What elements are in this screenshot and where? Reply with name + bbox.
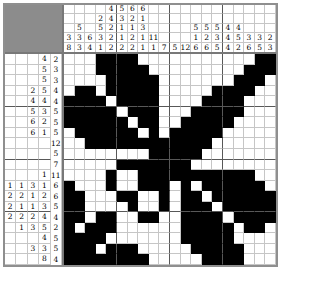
empty-cell[interactable]	[244, 233, 255, 244]
filled-cell[interactable]	[159, 202, 170, 213]
filled-cell[interactable]	[96, 96, 107, 107]
filled-cell[interactable]	[265, 212, 276, 223]
empty-cell[interactable]	[223, 212, 234, 223]
filled-cell[interactable]	[106, 212, 117, 223]
empty-cell[interactable]	[170, 117, 181, 128]
filled-cell[interactable]	[75, 244, 86, 255]
empty-cell[interactable]	[181, 65, 192, 76]
empty-cell[interactable]	[191, 181, 202, 192]
filled-cell[interactable]	[149, 181, 160, 192]
filled-cell[interactable]	[106, 254, 117, 265]
filled-cell[interactable]	[234, 191, 245, 202]
empty-cell[interactable]	[223, 160, 234, 171]
filled-cell[interactable]	[191, 233, 202, 244]
filled-cell[interactable]	[138, 212, 149, 223]
filled-cell[interactable]	[244, 191, 255, 202]
empty-cell[interactable]	[223, 149, 234, 160]
empty-cell[interactable]	[170, 212, 181, 223]
filled-cell[interactable]	[181, 138, 192, 149]
empty-cell[interactable]	[85, 54, 96, 65]
filled-cell[interactable]	[191, 170, 202, 181]
empty-cell[interactable]	[117, 233, 128, 244]
filled-cell[interactable]	[234, 202, 245, 213]
empty-cell[interactable]	[170, 223, 181, 234]
empty-cell[interactable]	[191, 96, 202, 107]
filled-cell[interactable]	[138, 181, 149, 192]
filled-cell[interactable]	[234, 96, 245, 107]
filled-cell[interactable]	[223, 96, 234, 107]
filled-cell[interactable]	[117, 75, 128, 86]
empty-cell[interactable]	[265, 181, 276, 192]
filled-cell[interactable]	[191, 107, 202, 118]
empty-cell[interactable]	[255, 86, 266, 97]
empty-cell[interactable]	[244, 244, 255, 255]
filled-cell[interactable]	[255, 202, 266, 213]
filled-cell[interactable]	[85, 254, 96, 265]
empty-cell[interactable]	[75, 149, 86, 160]
filled-cell[interactable]	[128, 160, 139, 171]
empty-cell[interactable]	[85, 75, 96, 86]
empty-cell[interactable]	[106, 202, 117, 213]
filled-cell[interactable]	[244, 75, 255, 86]
empty-cell[interactable]	[234, 65, 245, 76]
empty-cell[interactable]	[170, 191, 181, 202]
empty-cell[interactable]	[159, 75, 170, 86]
filled-cell[interactable]	[64, 117, 75, 128]
empty-cell[interactable]	[85, 191, 96, 202]
filled-cell[interactable]	[181, 117, 192, 128]
empty-cell[interactable]	[96, 170, 107, 181]
empty-cell[interactable]	[255, 149, 266, 160]
filled-cell[interactable]	[191, 117, 202, 128]
filled-cell[interactable]	[138, 138, 149, 149]
empty-cell[interactable]	[117, 170, 128, 181]
filled-cell[interactable]	[223, 107, 234, 118]
filled-cell[interactable]	[191, 202, 202, 213]
filled-cell[interactable]	[138, 117, 149, 128]
empty-cell[interactable]	[117, 223, 128, 234]
filled-cell[interactable]	[128, 244, 139, 255]
filled-cell[interactable]	[149, 86, 160, 97]
empty-cell[interactable]	[149, 254, 160, 265]
filled-cell[interactable]	[255, 75, 266, 86]
empty-cell[interactable]	[117, 107, 128, 118]
filled-cell[interactable]	[138, 86, 149, 97]
filled-cell[interactable]	[117, 54, 128, 65]
empty-cell[interactable]	[138, 149, 149, 160]
filled-cell[interactable]	[149, 138, 160, 149]
filled-cell[interactable]	[170, 170, 181, 181]
filled-cell[interactable]	[149, 170, 160, 181]
empty-cell[interactable]	[265, 149, 276, 160]
filled-cell[interactable]	[96, 233, 107, 244]
empty-cell[interactable]	[128, 149, 139, 160]
empty-cell[interactable]	[202, 65, 213, 76]
empty-cell[interactable]	[244, 254, 255, 265]
empty-cell[interactable]	[159, 254, 170, 265]
empty-cell[interactable]	[85, 149, 96, 160]
empty-cell[interactable]	[96, 244, 107, 255]
filled-cell[interactable]	[85, 117, 96, 128]
filled-cell[interactable]	[244, 202, 255, 213]
empty-cell[interactable]	[64, 149, 75, 160]
empty-cell[interactable]	[85, 170, 96, 181]
filled-cell[interactable]	[106, 107, 117, 118]
filled-cell[interactable]	[128, 54, 139, 65]
filled-cell[interactable]	[128, 75, 139, 86]
empty-cell[interactable]	[170, 181, 181, 192]
filled-cell[interactable]	[128, 138, 139, 149]
empty-cell[interactable]	[234, 160, 245, 171]
filled-cell[interactable]	[234, 75, 245, 86]
empty-cell[interactable]	[191, 254, 202, 265]
filled-cell[interactable]	[75, 86, 86, 97]
empty-cell[interactable]	[149, 233, 160, 244]
empty-cell[interactable]	[244, 128, 255, 139]
filled-cell[interactable]	[191, 128, 202, 139]
filled-cell[interactable]	[85, 128, 96, 139]
empty-cell[interactable]	[128, 223, 139, 234]
filled-cell[interactable]	[234, 181, 245, 192]
empty-cell[interactable]	[106, 96, 117, 107]
empty-cell[interactable]	[170, 65, 181, 76]
filled-cell[interactable]	[64, 212, 75, 223]
empty-cell[interactable]	[106, 191, 117, 202]
empty-cell[interactable]	[265, 170, 276, 181]
filled-cell[interactable]	[96, 54, 107, 65]
filled-cell[interactable]	[223, 223, 234, 234]
filled-cell[interactable]	[128, 96, 139, 107]
filled-cell[interactable]	[212, 233, 223, 244]
empty-cell[interactable]	[234, 54, 245, 65]
filled-cell[interactable]	[202, 107, 213, 118]
empty-cell[interactable]	[138, 202, 149, 213]
empty-cell[interactable]	[149, 191, 160, 202]
empty-cell[interactable]	[117, 202, 128, 213]
filled-cell[interactable]	[75, 212, 86, 223]
empty-cell[interactable]	[159, 117, 170, 128]
filled-cell[interactable]	[234, 244, 245, 255]
filled-cell[interactable]	[191, 149, 202, 160]
empty-cell[interactable]	[75, 223, 86, 234]
filled-cell[interactable]	[96, 117, 107, 128]
empty-cell[interactable]	[75, 75, 86, 86]
filled-cell[interactable]	[244, 223, 255, 234]
empty-cell[interactable]	[85, 181, 96, 192]
filled-cell[interactable]	[75, 191, 86, 202]
empty-cell[interactable]	[212, 202, 223, 213]
filled-cell[interactable]	[138, 75, 149, 86]
empty-cell[interactable]	[202, 149, 213, 160]
empty-cell[interactable]	[64, 86, 75, 97]
filled-cell[interactable]	[128, 86, 139, 97]
empty-cell[interactable]	[64, 54, 75, 65]
filled-cell[interactable]	[85, 223, 96, 234]
empty-cell[interactable]	[255, 96, 266, 107]
filled-cell[interactable]	[212, 117, 223, 128]
filled-cell[interactable]	[234, 107, 245, 118]
filled-cell[interactable]	[149, 149, 160, 160]
empty-cell[interactable]	[128, 212, 139, 223]
filled-cell[interactable]	[75, 233, 86, 244]
empty-cell[interactable]	[138, 233, 149, 244]
empty-cell[interactable]	[244, 160, 255, 171]
empty-cell[interactable]	[85, 65, 96, 76]
empty-cell[interactable]	[149, 223, 160, 234]
empty-cell[interactable]	[255, 244, 266, 255]
empty-cell[interactable]	[138, 54, 149, 65]
empty-cell[interactable]	[85, 160, 96, 171]
filled-cell[interactable]	[138, 160, 149, 171]
filled-cell[interactable]	[223, 244, 234, 255]
empty-cell[interactable]	[244, 96, 255, 107]
filled-cell[interactable]	[212, 223, 223, 234]
empty-cell[interactable]	[223, 138, 234, 149]
empty-cell[interactable]	[170, 75, 181, 86]
empty-cell[interactable]	[96, 149, 107, 160]
filled-cell[interactable]	[202, 181, 213, 192]
empty-cell[interactable]	[212, 54, 223, 65]
filled-cell[interactable]	[85, 233, 96, 244]
empty-cell[interactable]	[181, 107, 192, 118]
empty-cell[interactable]	[255, 170, 266, 181]
empty-cell[interactable]	[106, 149, 117, 160]
filled-cell[interactable]	[159, 149, 170, 160]
empty-cell[interactable]	[265, 86, 276, 97]
filled-cell[interactable]	[265, 65, 276, 76]
empty-cell[interactable]	[128, 181, 139, 192]
filled-cell[interactable]	[106, 65, 117, 76]
empty-cell[interactable]	[159, 65, 170, 76]
empty-cell[interactable]	[244, 138, 255, 149]
filled-cell[interactable]	[234, 254, 245, 265]
filled-cell[interactable]	[75, 128, 86, 139]
filled-cell[interactable]	[212, 128, 223, 139]
empty-cell[interactable]	[96, 75, 107, 86]
empty-cell[interactable]	[85, 202, 96, 213]
filled-cell[interactable]	[212, 181, 223, 192]
filled-cell[interactable]	[202, 212, 213, 223]
filled-cell[interactable]	[117, 254, 128, 265]
filled-cell[interactable]	[181, 149, 192, 160]
filled-cell[interactable]	[106, 86, 117, 97]
empty-cell[interactable]	[138, 244, 149, 255]
empty-cell[interactable]	[265, 223, 276, 234]
empty-cell[interactable]	[64, 138, 75, 149]
filled-cell[interactable]	[96, 254, 107, 265]
empty-cell[interactable]	[75, 181, 86, 192]
filled-cell[interactable]	[117, 128, 128, 139]
filled-cell[interactable]	[96, 223, 107, 234]
empty-cell[interactable]	[255, 107, 266, 118]
empty-cell[interactable]	[191, 65, 202, 76]
filled-cell[interactable]	[202, 117, 213, 128]
filled-cell[interactable]	[202, 138, 213, 149]
empty-cell[interactable]	[265, 138, 276, 149]
filled-cell[interactable]	[64, 202, 75, 213]
filled-cell[interactable]	[223, 86, 234, 97]
empty-cell[interactable]	[159, 107, 170, 118]
empty-cell[interactable]	[128, 117, 139, 128]
empty-cell[interactable]	[117, 149, 128, 160]
filled-cell[interactable]	[181, 202, 192, 213]
empty-cell[interactable]	[255, 138, 266, 149]
empty-cell[interactable]	[244, 54, 255, 65]
filled-cell[interactable]	[191, 223, 202, 234]
filled-cell[interactable]	[117, 191, 128, 202]
empty-cell[interactable]	[170, 233, 181, 244]
empty-cell[interactable]	[106, 233, 117, 244]
filled-cell[interactable]	[138, 170, 149, 181]
filled-cell[interactable]	[244, 181, 255, 192]
empty-cell[interactable]	[159, 86, 170, 97]
filled-cell[interactable]	[96, 107, 107, 118]
empty-cell[interactable]	[75, 138, 86, 149]
filled-cell[interactable]	[255, 212, 266, 223]
empty-cell[interactable]	[170, 254, 181, 265]
filled-cell[interactable]	[181, 128, 192, 139]
empty-cell[interactable]	[117, 212, 128, 223]
empty-cell[interactable]	[106, 160, 117, 171]
empty-cell[interactable]	[96, 86, 107, 97]
filled-cell[interactable]	[75, 107, 86, 118]
filled-cell[interactable]	[75, 202, 86, 213]
filled-cell[interactable]	[106, 128, 117, 139]
empty-cell[interactable]	[255, 233, 266, 244]
filled-cell[interactable]	[244, 65, 255, 76]
empty-cell[interactable]	[159, 212, 170, 223]
empty-cell[interactable]	[75, 170, 86, 181]
filled-cell[interactable]	[212, 107, 223, 118]
filled-cell[interactable]	[212, 170, 223, 181]
filled-cell[interactable]	[96, 128, 107, 139]
filled-cell[interactable]	[202, 170, 213, 181]
filled-cell[interactable]	[128, 202, 139, 213]
filled-cell[interactable]	[170, 138, 181, 149]
empty-cell[interactable]	[202, 191, 213, 202]
filled-cell[interactable]	[170, 128, 181, 139]
empty-cell[interactable]	[244, 107, 255, 118]
filled-cell[interactable]	[159, 160, 170, 171]
empty-cell[interactable]	[181, 75, 192, 86]
filled-cell[interactable]	[202, 244, 213, 255]
empty-cell[interactable]	[170, 107, 181, 118]
filled-cell[interactable]	[181, 223, 192, 234]
empty-cell[interactable]	[223, 75, 234, 86]
filled-cell[interactable]	[128, 254, 139, 265]
empty-cell[interactable]	[234, 117, 245, 128]
empty-cell[interactable]	[149, 65, 160, 76]
filled-cell[interactable]	[117, 138, 128, 149]
filled-cell[interactable]	[191, 191, 202, 202]
filled-cell[interactable]	[234, 86, 245, 97]
filled-cell[interactable]	[223, 233, 234, 244]
empty-cell[interactable]	[265, 117, 276, 128]
empty-cell[interactable]	[191, 54, 202, 65]
empty-cell[interactable]	[212, 160, 223, 171]
filled-cell[interactable]	[85, 86, 96, 97]
filled-cell[interactable]	[212, 96, 223, 107]
filled-cell[interactable]	[255, 191, 266, 202]
filled-cell[interactable]	[223, 191, 234, 202]
filled-cell[interactable]	[149, 96, 160, 107]
filled-cell[interactable]	[255, 54, 266, 65]
empty-cell[interactable]	[202, 75, 213, 86]
filled-cell[interactable]	[64, 233, 75, 244]
empty-cell[interactable]	[170, 54, 181, 65]
empty-cell[interactable]	[265, 254, 276, 265]
filled-cell[interactable]	[223, 181, 234, 192]
empty-cell[interactable]	[64, 75, 75, 86]
filled-cell[interactable]	[181, 181, 192, 192]
filled-cell[interactable]	[106, 223, 117, 234]
empty-cell[interactable]	[223, 54, 234, 65]
empty-cell[interactable]	[223, 65, 234, 76]
empty-cell[interactable]	[202, 54, 213, 65]
filled-cell[interactable]	[181, 212, 192, 223]
filled-cell[interactable]	[128, 191, 139, 202]
filled-cell[interactable]	[149, 212, 160, 223]
filled-cell[interactable]	[255, 181, 266, 192]
filled-cell[interactable]	[117, 96, 128, 107]
empty-cell[interactable]	[96, 191, 107, 202]
filled-cell[interactable]	[202, 223, 213, 234]
empty-cell[interactable]	[96, 181, 107, 192]
filled-cell[interactable]	[202, 233, 213, 244]
empty-cell[interactable]	[265, 75, 276, 86]
filled-cell[interactable]	[159, 181, 170, 192]
filled-cell[interactable]	[64, 96, 75, 107]
empty-cell[interactable]	[159, 128, 170, 139]
empty-cell[interactable]	[64, 65, 75, 76]
filled-cell[interactable]	[106, 117, 117, 128]
filled-cell[interactable]	[128, 107, 139, 118]
empty-cell[interactable]	[85, 212, 96, 223]
filled-cell[interactable]	[138, 107, 149, 118]
empty-cell[interactable]	[265, 107, 276, 118]
filled-cell[interactable]	[170, 160, 181, 171]
empty-cell[interactable]	[181, 54, 192, 65]
filled-cell[interactable]	[106, 138, 117, 149]
empty-cell[interactable]	[212, 149, 223, 160]
empty-cell[interactable]	[75, 65, 86, 76]
empty-cell[interactable]	[75, 160, 86, 171]
filled-cell[interactable]	[75, 96, 86, 107]
empty-cell[interactable]	[265, 160, 276, 171]
filled-cell[interactable]	[75, 117, 86, 128]
empty-cell[interactable]	[255, 117, 266, 128]
filled-cell[interactable]	[244, 86, 255, 97]
empty-cell[interactable]	[265, 233, 276, 244]
empty-cell[interactable]	[138, 128, 149, 139]
empty-cell[interactable]	[265, 128, 276, 139]
empty-cell[interactable]	[212, 65, 223, 76]
filled-cell[interactable]	[138, 254, 149, 265]
empty-cell[interactable]	[64, 160, 75, 171]
filled-cell[interactable]	[202, 202, 213, 213]
filled-cell[interactable]	[159, 170, 170, 181]
empty-cell[interactable]	[159, 96, 170, 107]
filled-cell[interactable]	[117, 65, 128, 76]
filled-cell[interactable]	[149, 75, 160, 86]
filled-cell[interactable]	[106, 181, 117, 192]
empty-cell[interactable]	[255, 160, 266, 171]
empty-cell[interactable]	[223, 128, 234, 139]
empty-cell[interactable]	[212, 75, 223, 86]
filled-cell[interactable]	[85, 96, 96, 107]
empty-cell[interactable]	[234, 233, 245, 244]
empty-cell[interactable]	[138, 223, 149, 234]
